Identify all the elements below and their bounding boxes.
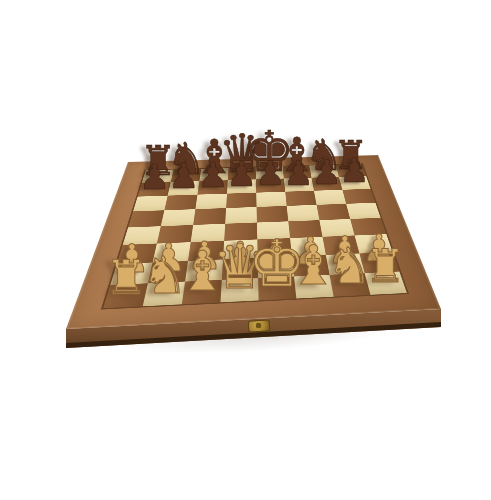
clasp-knob-icon bbox=[256, 323, 261, 328]
square-h5 bbox=[346, 203, 381, 219]
square-b8 bbox=[171, 169, 201, 182]
square-e4 bbox=[257, 221, 290, 239]
square-h6 bbox=[342, 189, 375, 204]
square-f8 bbox=[283, 166, 312, 179]
square-h7 bbox=[339, 176, 371, 190]
square-a3 bbox=[117, 244, 157, 265]
square-b5 bbox=[161, 209, 196, 226]
square-d6 bbox=[226, 193, 256, 208]
square-a8 bbox=[142, 170, 174, 183]
square-e7 bbox=[256, 179, 285, 193]
square-e8 bbox=[256, 166, 284, 179]
square-g6 bbox=[314, 190, 346, 205]
square-d3 bbox=[223, 239, 258, 259]
square-c1 bbox=[182, 280, 222, 304]
square-c7 bbox=[197, 180, 227, 194]
square-a5 bbox=[128, 210, 164, 227]
square-a4 bbox=[123, 226, 161, 245]
square-e5 bbox=[257, 206, 289, 223]
square-d8 bbox=[228, 167, 256, 180]
square-g1 bbox=[330, 273, 371, 297]
square-c4 bbox=[191, 224, 225, 242]
square-h1 bbox=[365, 272, 407, 295]
square-d5 bbox=[225, 207, 257, 224]
square-c2 bbox=[185, 259, 223, 281]
square-b1 bbox=[143, 282, 185, 307]
square-c6 bbox=[195, 194, 227, 210]
square-c5 bbox=[193, 208, 226, 225]
square-g7 bbox=[311, 177, 342, 191]
square-g5 bbox=[317, 204, 351, 220]
square-g4 bbox=[319, 219, 354, 237]
square-d2 bbox=[222, 258, 258, 280]
square-d4 bbox=[224, 223, 257, 241]
square-b3 bbox=[153, 242, 191, 262]
square-h3 bbox=[355, 234, 393, 253]
square-g3 bbox=[322, 235, 359, 254]
square-a6 bbox=[133, 196, 168, 212]
square-f1 bbox=[294, 275, 334, 299]
square-e1 bbox=[258, 276, 296, 300]
square-f3 bbox=[290, 237, 326, 257]
square-f2 bbox=[292, 255, 330, 277]
square-h2 bbox=[359, 252, 399, 273]
square-f5 bbox=[287, 205, 320, 221]
square-b2 bbox=[148, 261, 188, 283]
square-f6 bbox=[285, 191, 316, 206]
square-f7 bbox=[284, 178, 314, 192]
board-frame bbox=[66, 155, 441, 329]
square-e3 bbox=[257, 238, 292, 258]
square-b6 bbox=[164, 195, 197, 211]
square-b7 bbox=[168, 181, 200, 195]
square-c3 bbox=[188, 241, 224, 261]
square-h4 bbox=[350, 218, 386, 236]
square-e6 bbox=[256, 192, 286, 207]
square-e2 bbox=[258, 256, 294, 278]
square-g2 bbox=[326, 253, 365, 274]
chess-set-product-photo: ♜♞♝♛♚♝♞♜♟♟♟♟♟♟♟♟♟♟♟♟♟♟♟♟♜♞♝♛♚♝♞♜ bbox=[0, 0, 491, 500]
chess-board bbox=[66, 155, 441, 329]
square-d1 bbox=[220, 278, 258, 302]
brass-clasp-icon bbox=[248, 319, 271, 332]
square-c8 bbox=[199, 168, 228, 181]
square-b4 bbox=[157, 225, 193, 244]
square-f4 bbox=[288, 220, 322, 238]
square-d7 bbox=[227, 179, 256, 193]
square-a1 bbox=[103, 283, 148, 308]
square-a7 bbox=[138, 182, 171, 197]
board-grid bbox=[103, 164, 407, 308]
square-g8 bbox=[309, 165, 339, 178]
square-a2 bbox=[110, 262, 152, 285]
square-h8 bbox=[336, 164, 366, 177]
